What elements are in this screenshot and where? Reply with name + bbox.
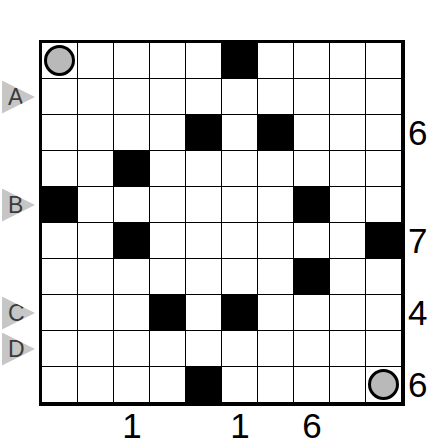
cell-r0c8[interactable] <box>330 43 366 79</box>
cell-r7c9[interactable] <box>366 295 402 331</box>
cell-r7c2[interactable] <box>114 295 150 331</box>
cell-r4c3[interactable] <box>150 187 186 223</box>
col-clue-c7: 6 <box>294 407 330 445</box>
cell-r0c7[interactable] <box>294 43 330 79</box>
cell-r6c0[interactable] <box>42 259 78 295</box>
cell-r2c8[interactable] <box>330 115 366 151</box>
cell-r1c0[interactable] <box>42 79 78 115</box>
cell-r8c9[interactable] <box>366 331 402 367</box>
cell-r6c9[interactable] <box>366 259 402 295</box>
cell-r5c0[interactable] <box>42 223 78 259</box>
row-marker-arrow-C: C <box>2 297 35 330</box>
row-clue-r5: 7 <box>408 223 442 259</box>
cell-r5c1[interactable] <box>78 223 114 259</box>
cell-r5c5[interactable] <box>222 223 258 259</box>
row-marker-letter-B: B <box>8 189 23 222</box>
cell-r1c8[interactable] <box>330 79 366 115</box>
cell-r5c3[interactable] <box>150 223 186 259</box>
cell-r8c1[interactable] <box>78 331 114 367</box>
cell-r8c8[interactable] <box>330 331 366 367</box>
row-clue-r9: 6 <box>408 367 442 403</box>
cell-r6c5[interactable] <box>222 259 258 295</box>
cell-r2c2[interactable] <box>114 115 150 151</box>
cell-r9c9[interactable] <box>366 367 402 403</box>
cell-r9c1[interactable] <box>78 367 114 403</box>
cell-r7c8[interactable] <box>330 295 366 331</box>
cell-r0c4[interactable] <box>186 43 222 79</box>
row-marker-letter-C: C <box>8 297 25 330</box>
col-clue-c5: 1 <box>222 407 258 445</box>
wall-cell-r2c6 <box>258 115 294 151</box>
cell-r2c0[interactable] <box>42 115 78 151</box>
wall-cell-r5c9 <box>366 223 402 259</box>
cell-r3c1[interactable] <box>78 151 114 187</box>
cell-r6c8[interactable] <box>330 259 366 295</box>
cell-r1c1[interactable] <box>78 79 114 115</box>
cell-r4c6[interactable] <box>258 187 294 223</box>
cell-r8c2[interactable] <box>114 331 150 367</box>
row-marker-letter-A: A <box>8 81 23 114</box>
cell-r1c2[interactable] <box>114 79 150 115</box>
snake-endpoint-circle <box>368 369 399 400</box>
cell-r3c6[interactable] <box>258 151 294 187</box>
wall-cell-r6c7 <box>294 259 330 295</box>
cell-r3c8[interactable] <box>330 151 366 187</box>
cell-r4c9[interactable] <box>366 187 402 223</box>
cell-r9c2[interactable] <box>114 367 150 403</box>
cell-r4c8[interactable] <box>330 187 366 223</box>
wall-cell-r9c4 <box>186 367 222 403</box>
row-clue-r2: 6 <box>408 115 442 151</box>
cell-r8c7[interactable] <box>294 331 330 367</box>
cell-r0c9[interactable] <box>366 43 402 79</box>
wall-cell-r3c2 <box>114 151 150 187</box>
cell-r0c3[interactable] <box>150 43 186 79</box>
puzzle-canvas: ABCD6746116 <box>0 0 447 448</box>
cell-r7c7[interactable] <box>294 295 330 331</box>
cell-r0c6[interactable] <box>258 43 294 79</box>
cell-r5c4[interactable] <box>186 223 222 259</box>
cell-r2c9[interactable] <box>366 115 402 151</box>
cell-r2c5[interactable] <box>222 115 258 151</box>
cell-r1c9[interactable] <box>366 79 402 115</box>
wall-cell-r4c0 <box>42 187 78 223</box>
cell-r4c4[interactable] <box>186 187 222 223</box>
cell-r7c4[interactable] <box>186 295 222 331</box>
wall-cell-r2c4 <box>186 115 222 151</box>
puzzle-grid <box>39 40 405 406</box>
cell-r3c0[interactable] <box>42 151 78 187</box>
cell-r4c2[interactable] <box>114 187 150 223</box>
row-marker-arrow-B: B <box>2 189 35 222</box>
cell-r6c4[interactable] <box>186 259 222 295</box>
cell-r5c8[interactable] <box>330 223 366 259</box>
cell-r8c5[interactable] <box>222 331 258 367</box>
cell-r6c2[interactable] <box>114 259 150 295</box>
cell-r3c5[interactable] <box>222 151 258 187</box>
cell-r9c5[interactable] <box>222 367 258 403</box>
cell-r1c7[interactable] <box>294 79 330 115</box>
cell-r9c7[interactable] <box>294 367 330 403</box>
wall-cell-r7c3 <box>150 295 186 331</box>
wall-cell-r5c2 <box>114 223 150 259</box>
cell-r8c4[interactable] <box>186 331 222 367</box>
cell-r2c7[interactable] <box>294 115 330 151</box>
wall-cell-r0c5 <box>222 43 258 79</box>
cell-r7c1[interactable] <box>78 295 114 331</box>
cell-r1c6[interactable] <box>258 79 294 115</box>
row-clue-r7: 4 <box>408 295 442 331</box>
cell-r8c6[interactable] <box>258 331 294 367</box>
row-marker-letter-D: D <box>8 333 25 366</box>
cell-r7c0[interactable] <box>42 295 78 331</box>
cell-r1c3[interactable] <box>150 79 186 115</box>
cell-r3c7[interactable] <box>294 151 330 187</box>
cell-r1c4[interactable] <box>186 79 222 115</box>
row-marker-arrow-D: D <box>2 333 35 366</box>
cell-r6c1[interactable] <box>78 259 114 295</box>
cell-r0c2[interactable] <box>114 43 150 79</box>
wall-cell-r7c5 <box>222 295 258 331</box>
cell-r9c3[interactable] <box>150 367 186 403</box>
cell-r5c7[interactable] <box>294 223 330 259</box>
cell-r3c4[interactable] <box>186 151 222 187</box>
cell-r6c6[interactable] <box>258 259 294 295</box>
cell-r4c1[interactable] <box>78 187 114 223</box>
cell-r9c0[interactable] <box>42 367 78 403</box>
cell-r8c0[interactable] <box>42 331 78 367</box>
cell-r1c5[interactable] <box>222 79 258 115</box>
cell-r9c6[interactable] <box>258 367 294 403</box>
cell-r4c5[interactable] <box>222 187 258 223</box>
cell-r2c3[interactable] <box>150 115 186 151</box>
cell-r7c6[interactable] <box>258 295 294 331</box>
cell-r0c1[interactable] <box>78 43 114 79</box>
cell-r6c3[interactable] <box>150 259 186 295</box>
cell-r3c9[interactable] <box>366 151 402 187</box>
row-marker-arrow-A: A <box>2 81 35 114</box>
cell-r8c3[interactable] <box>150 331 186 367</box>
cell-r9c8[interactable] <box>330 367 366 403</box>
col-clue-c2: 1 <box>114 407 150 445</box>
snake-endpoint-circle <box>44 45 75 76</box>
wall-cell-r4c7 <box>294 187 330 223</box>
cell-r0c0[interactable] <box>42 43 78 79</box>
cell-r3c3[interactable] <box>150 151 186 187</box>
cell-r2c1[interactable] <box>78 115 114 151</box>
cell-r5c6[interactable] <box>258 223 294 259</box>
